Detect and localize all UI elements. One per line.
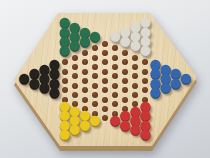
hole — [102, 69, 108, 75]
hole — [82, 59, 88, 65]
peg-yellow: ● — [89, 113, 100, 126]
hole — [112, 83, 118, 89]
peg-red: ● — [140, 127, 151, 140]
hole — [142, 78, 148, 84]
hole — [82, 69, 88, 75]
hole — [62, 59, 68, 65]
board: ●●●●●●●●●●●●●●●●●●●●●●●●●●●●●●●●●●●●●●●●… — [0, 0, 210, 158]
hole — [92, 45, 98, 51]
peg-blue: ● — [180, 71, 191, 84]
peg-yellow: ● — [69, 122, 80, 135]
board-surface: ●●●●●●●●●●●●●●●●●●●●●●●●●●●●●●●●●●●●●●●●… — [0, 0, 210, 158]
hole — [102, 59, 108, 65]
hole — [112, 73, 118, 79]
hole — [92, 55, 98, 61]
hole — [72, 55, 78, 61]
hole — [112, 92, 118, 98]
hole — [92, 64, 98, 70]
hole — [122, 97, 128, 103]
hole — [122, 87, 128, 93]
hole — [102, 41, 108, 47]
peg-green: ● — [59, 43, 70, 56]
hole — [132, 73, 138, 79]
hole — [102, 106, 108, 112]
peg-white: ● — [140, 43, 151, 56]
hole — [102, 115, 108, 121]
peg-blue: ● — [170, 76, 181, 89]
hole — [72, 92, 78, 98]
hole — [122, 50, 128, 56]
hole — [102, 87, 108, 93]
peg-blue: ● — [150, 85, 161, 98]
hole — [132, 55, 138, 61]
hole — [112, 55, 118, 61]
peg-green: ● — [69, 39, 80, 52]
hole — [142, 69, 148, 75]
peg-black: ● — [49, 85, 60, 98]
hole — [122, 78, 128, 84]
hole — [142, 87, 148, 93]
hole — [112, 45, 118, 51]
hole — [72, 64, 78, 70]
hole — [132, 92, 138, 98]
board-photo: ●●●●●●●●●●●●●●●●●●●●●●●●●●●●●●●●●●●●●●●●… — [0, 0, 210, 158]
peg-blue: ● — [160, 80, 171, 93]
hole — [62, 69, 68, 75]
hole — [82, 50, 88, 56]
hole — [82, 97, 88, 103]
hole — [122, 59, 128, 65]
hole — [82, 78, 88, 84]
hole — [92, 101, 98, 107]
hole — [112, 101, 118, 107]
hole — [142, 59, 148, 65]
hole — [92, 73, 98, 79]
hole — [132, 83, 138, 89]
hole — [62, 78, 68, 84]
hole — [102, 78, 108, 84]
peg-yellow: ● — [79, 118, 90, 131]
hole — [102, 97, 108, 103]
peg-green: ● — [79, 34, 90, 47]
hole — [132, 64, 138, 70]
hole — [112, 64, 118, 70]
hole — [92, 92, 98, 98]
hole — [72, 83, 78, 89]
hole — [62, 87, 68, 93]
hole — [122, 69, 128, 75]
hole — [92, 83, 98, 89]
hole — [102, 50, 108, 56]
peg-green: ● — [89, 29, 100, 42]
hole — [82, 87, 88, 93]
hole-field: ●●●●●●●●●●●●●●●●●●●●●●●●●●●●●●●●●●●●●●●●… — [0, 0, 210, 158]
hole — [72, 73, 78, 79]
peg-yellow: ● — [59, 127, 70, 140]
